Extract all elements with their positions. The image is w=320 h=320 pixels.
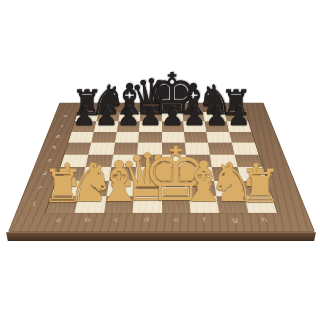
square-c6 bbox=[115, 132, 139, 143]
square-f3 bbox=[187, 167, 214, 181]
board-field bbox=[46, 112, 277, 213]
rank-label-3: 3 bbox=[42, 172, 48, 176]
square-d6 bbox=[138, 132, 161, 143]
square-d3 bbox=[135, 167, 161, 181]
file-label-h: h bbox=[261, 217, 268, 222]
square-d2 bbox=[134, 181, 162, 196]
square-g5 bbox=[208, 143, 234, 155]
square-e5 bbox=[162, 143, 186, 155]
square-h7 bbox=[226, 122, 251, 132]
square-g6 bbox=[206, 132, 231, 143]
file-label-e: e bbox=[173, 217, 179, 222]
square-e8 bbox=[162, 112, 184, 121]
square-f1 bbox=[189, 196, 219, 213]
file-label-d: d bbox=[144, 217, 150, 222]
square-e4 bbox=[162, 154, 187, 167]
square-h5 bbox=[231, 143, 258, 155]
rank-label-2: 2 bbox=[36, 186, 43, 190]
square-f7 bbox=[183, 122, 206, 132]
square-f2 bbox=[188, 181, 217, 196]
square-b5 bbox=[89, 143, 115, 155]
rank-label-6: 6 bbox=[55, 135, 60, 138]
square-d4 bbox=[136, 154, 161, 167]
square-a4 bbox=[60, 154, 88, 167]
square-g7 bbox=[205, 122, 229, 132]
square-h3 bbox=[237, 167, 267, 181]
square-a5 bbox=[65, 143, 92, 155]
square-e1 bbox=[162, 196, 191, 213]
chess-board: abcdefgh 12345678 bbox=[8, 103, 315, 232]
square-a8 bbox=[75, 112, 99, 121]
square-a6 bbox=[68, 132, 94, 143]
product-photo-scene: abcdefgh 12345678 ♜♞♝♛♚♝♞♜♟♟♟♟♟♟♟♟♟♟♟♟♟♟… bbox=[0, 0, 320, 320]
square-d8 bbox=[140, 112, 162, 121]
square-b7 bbox=[94, 122, 118, 132]
square-b8 bbox=[97, 112, 120, 121]
square-e3 bbox=[162, 167, 188, 181]
square-c1 bbox=[104, 196, 134, 213]
square-h1 bbox=[244, 196, 277, 213]
file-label-f: f bbox=[202, 217, 206, 222]
square-a1 bbox=[46, 196, 79, 213]
square-h2 bbox=[241, 181, 272, 196]
square-d7 bbox=[139, 122, 161, 132]
square-a2 bbox=[51, 181, 82, 196]
square-f6 bbox=[184, 132, 208, 143]
square-c3 bbox=[109, 167, 136, 181]
square-f5 bbox=[185, 143, 210, 155]
square-c2 bbox=[106, 181, 135, 196]
file-label-b: b bbox=[84, 217, 91, 222]
square-a3 bbox=[56, 167, 86, 181]
square-c5 bbox=[113, 143, 138, 155]
square-g1 bbox=[217, 196, 248, 213]
rank-label-8: 8 bbox=[63, 115, 68, 118]
square-d1 bbox=[133, 196, 162, 213]
square-g4 bbox=[210, 154, 237, 167]
square-g3 bbox=[212, 167, 241, 181]
square-c8 bbox=[118, 112, 140, 121]
file-label-g: g bbox=[232, 217, 239, 222]
square-b4 bbox=[86, 154, 113, 167]
rank-label-1: 1 bbox=[30, 201, 37, 206]
square-c7 bbox=[117, 122, 140, 132]
square-h4 bbox=[234, 154, 262, 167]
rank-label-5: 5 bbox=[51, 146, 57, 149]
square-e6 bbox=[162, 132, 185, 143]
board-front-edge bbox=[6, 232, 316, 241]
square-f4 bbox=[186, 154, 212, 167]
square-d5 bbox=[137, 143, 161, 155]
file-label-c: c bbox=[114, 217, 119, 222]
square-a7 bbox=[72, 122, 97, 132]
square-c4 bbox=[111, 154, 137, 167]
rank-label-4: 4 bbox=[46, 158, 52, 162]
square-b6 bbox=[92, 132, 117, 143]
square-f8 bbox=[182, 112, 204, 121]
square-b2 bbox=[79, 181, 109, 196]
square-e7 bbox=[162, 122, 184, 132]
square-b3 bbox=[82, 167, 111, 181]
file-label-a: a bbox=[55, 217, 62, 222]
square-g2 bbox=[214, 181, 244, 196]
square-g8 bbox=[203, 112, 226, 121]
square-e2 bbox=[162, 181, 190, 196]
square-h6 bbox=[229, 132, 255, 143]
square-b1 bbox=[75, 196, 106, 213]
rank-label-7: 7 bbox=[59, 125, 64, 128]
square-h8 bbox=[224, 112, 248, 121]
